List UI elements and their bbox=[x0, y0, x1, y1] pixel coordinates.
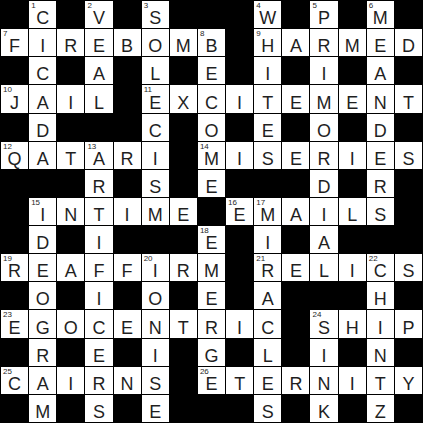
cell-letter: W bbox=[259, 9, 276, 28]
cell-letter: O bbox=[64, 319, 78, 338]
cell-r1c10[interactable]: A bbox=[282, 29, 309, 56]
cell-r4c13[interactable]: D bbox=[367, 114, 394, 141]
cell-r9c3[interactable]: F bbox=[85, 254, 112, 281]
black-cell-r10c2 bbox=[57, 282, 84, 309]
cell-r9c5[interactable]: 20I bbox=[142, 254, 169, 281]
black-cell-r8c8 bbox=[226, 226, 253, 253]
cell-r5c13[interactable]: E bbox=[367, 142, 394, 169]
cell-letter: D bbox=[36, 122, 49, 141]
cell-r11c11[interactable]: 24S bbox=[310, 310, 337, 337]
cell-r11c2[interactable]: O bbox=[57, 310, 84, 337]
cell-letter: E bbox=[205, 65, 217, 84]
cell-r13c11[interactable]: N bbox=[310, 367, 337, 394]
cell-letter: S bbox=[402, 150, 414, 169]
clue-number-23: 23 bbox=[3, 310, 12, 319]
cell-r9c4[interactable]: F bbox=[114, 254, 141, 281]
cell-r5c3[interactable]: 13A bbox=[85, 142, 112, 169]
black-cell-r6c0 bbox=[1, 170, 28, 197]
clue-number-11: 11 bbox=[144, 85, 152, 94]
cell-letter: G bbox=[204, 347, 218, 366]
black-cell-r14c6 bbox=[170, 395, 197, 422]
cell-letter: C bbox=[8, 375, 21, 394]
cell-letter: E bbox=[262, 375, 274, 394]
cell-r1c14[interactable]: D bbox=[395, 29, 422, 56]
clue-number-24: 24 bbox=[312, 310, 321, 319]
clue-number-20: 20 bbox=[144, 254, 153, 263]
cell-r2c5[interactable]: L bbox=[142, 57, 169, 84]
cell-letter: R bbox=[318, 37, 331, 56]
cell-letter: D bbox=[374, 122, 387, 141]
cell-r2c7[interactable]: E bbox=[198, 57, 225, 84]
cell-r5c14[interactable]: S bbox=[395, 142, 422, 169]
cell-letter: H bbox=[261, 37, 274, 56]
cell-r0c9[interactable]: 4W bbox=[254, 1, 281, 28]
cell-r1c0[interactable]: 7F bbox=[1, 29, 28, 56]
cell-r2c1[interactable]: C bbox=[29, 57, 56, 84]
cell-r7c3[interactable]: T bbox=[85, 198, 112, 225]
cell-r5c8[interactable]: I bbox=[226, 142, 253, 169]
cell-r5c11[interactable]: R bbox=[310, 142, 337, 169]
cell-letter: I bbox=[96, 234, 101, 253]
cell-r0c1[interactable]: 1C bbox=[29, 1, 56, 28]
cell-letter: L bbox=[150, 65, 160, 84]
cell-r9c14[interactable]: S bbox=[395, 254, 422, 281]
cell-letter: M bbox=[204, 150, 219, 169]
cell-r9c6[interactable]: R bbox=[170, 254, 197, 281]
cell-letter: D bbox=[36, 234, 49, 253]
cell-letter: A bbox=[37, 94, 49, 113]
cell-letter: B bbox=[121, 37, 133, 56]
cell-letter: N bbox=[374, 94, 387, 113]
cell-r9c7[interactable]: M bbox=[198, 254, 225, 281]
cell-r4c5[interactable]: C bbox=[142, 114, 169, 141]
cell-letter: Z bbox=[375, 403, 386, 422]
cell-r3c8[interactable]: I bbox=[226, 85, 253, 112]
cell-r11c6[interactable]: T bbox=[170, 310, 197, 337]
cell-r6c5[interactable]: S bbox=[142, 170, 169, 197]
cell-r2c11[interactable]: I bbox=[310, 57, 337, 84]
black-cell-r8c0 bbox=[1, 226, 28, 253]
black-cell-r0c4 bbox=[114, 1, 141, 28]
cell-r11c5[interactable]: N bbox=[142, 310, 169, 337]
cell-r3c12[interactable]: E bbox=[339, 85, 366, 112]
clue-number-5: 5 bbox=[312, 1, 316, 10]
cell-letter: E bbox=[149, 94, 161, 113]
cell-letter: E bbox=[262, 122, 274, 141]
cell-r8c3[interactable]: I bbox=[85, 226, 112, 253]
cell-letter: N bbox=[374, 347, 387, 366]
cell-r10c3[interactable]: I bbox=[85, 282, 112, 309]
black-cell-r10c11 bbox=[310, 282, 337, 309]
cell-r3c1[interactable]: A bbox=[29, 85, 56, 112]
cell-letter: T bbox=[178, 319, 189, 338]
black-cell-r2c10 bbox=[282, 57, 309, 84]
cell-r1c3[interactable]: E bbox=[85, 29, 112, 56]
cell-r8c9[interactable]: I bbox=[254, 226, 281, 253]
cell-letter: O bbox=[204, 122, 218, 141]
cell-r13c13[interactable]: T bbox=[367, 367, 394, 394]
cell-letter: I bbox=[153, 150, 158, 169]
clue-number-4: 4 bbox=[256, 1, 260, 10]
black-cell-r12c6 bbox=[170, 339, 197, 366]
cell-letter: C bbox=[36, 65, 49, 84]
cell-letter: T bbox=[375, 375, 386, 394]
clue-number-21: 21 bbox=[256, 254, 265, 263]
cell-letter: R bbox=[205, 319, 218, 338]
cell-r12c7[interactable]: G bbox=[198, 339, 225, 366]
black-cell-r7c0 bbox=[1, 198, 28, 225]
cell-letter: I bbox=[68, 375, 73, 394]
cell-letter: I bbox=[265, 65, 270, 84]
cell-r3c0[interactable]: 10J bbox=[1, 85, 28, 112]
cell-r6c3[interactable]: R bbox=[85, 170, 112, 197]
cell-letter: S bbox=[374, 206, 386, 225]
cell-letter: M bbox=[260, 206, 275, 225]
cell-letter: Q bbox=[8, 150, 22, 169]
cell-r7c6[interactable]: E bbox=[170, 198, 197, 225]
cell-letter: E bbox=[346, 94, 358, 113]
black-cell-r2c6 bbox=[170, 57, 197, 84]
cell-r13c12[interactable]: I bbox=[339, 367, 366, 394]
black-cell-r4c0 bbox=[1, 114, 28, 141]
cell-r3c13[interactable]: N bbox=[367, 85, 394, 112]
cell-r14c13[interactable]: Z bbox=[367, 395, 394, 422]
cell-letter: R bbox=[261, 262, 274, 281]
cell-r0c11[interactable]: 5P bbox=[310, 1, 337, 28]
cell-r14c3[interactable]: S bbox=[85, 395, 112, 422]
cell-letter: I bbox=[153, 262, 158, 281]
clue-number-1: 1 bbox=[31, 1, 35, 10]
black-cell-r14c0 bbox=[1, 395, 28, 422]
crossword-grid: 1C2V3S4W5P6M7FIREBOM8B9HARMEDCALEIIA10JA… bbox=[0, 0, 423, 423]
cell-r5c9[interactable]: S bbox=[254, 142, 281, 169]
cell-r11c13[interactable]: I bbox=[367, 310, 394, 337]
cell-r14c1[interactable]: M bbox=[29, 395, 56, 422]
cell-r0c13[interactable]: 6M bbox=[367, 1, 394, 28]
cell-letter: A bbox=[65, 262, 77, 281]
black-cell-r3c4 bbox=[114, 85, 141, 112]
cell-r3c10[interactable]: E bbox=[282, 85, 309, 112]
cell-r5c7[interactable]: 14M bbox=[198, 142, 225, 169]
cell-r3c3[interactable]: L bbox=[85, 85, 112, 112]
cell-letter: C bbox=[261, 319, 274, 338]
cell-r2c9[interactable]: I bbox=[254, 57, 281, 84]
cell-r3c6[interactable]: X bbox=[170, 85, 197, 112]
cell-r5c4[interactable]: R bbox=[114, 142, 141, 169]
black-cell-r10c6 bbox=[170, 282, 197, 309]
cell-r1c13[interactable]: E bbox=[367, 29, 394, 56]
cell-r12c5[interactable]: I bbox=[142, 339, 169, 366]
black-cell-r14c14 bbox=[395, 395, 422, 422]
cell-r13c2[interactable]: I bbox=[57, 367, 84, 394]
cell-letter: H bbox=[346, 319, 359, 338]
cell-letter: S bbox=[149, 375, 161, 394]
cell-letter: I bbox=[350, 150, 355, 169]
cell-letter: T bbox=[262, 94, 273, 113]
cell-letter: X bbox=[177, 94, 189, 113]
cell-r1c7[interactable]: 8B bbox=[198, 29, 225, 56]
cell-r7c11[interactable]: I bbox=[310, 198, 337, 225]
cell-letter: I bbox=[237, 150, 242, 169]
cell-letter: E bbox=[374, 37, 386, 56]
cell-letter: O bbox=[148, 37, 162, 56]
cell-r6c11[interactable]: D bbox=[310, 170, 337, 197]
cell-letter: N bbox=[149, 319, 162, 338]
cell-r8c11[interactable]: A bbox=[310, 226, 337, 253]
black-cell-r6c8 bbox=[226, 170, 253, 197]
cell-letter: S bbox=[262, 403, 274, 422]
black-cell-r0c8 bbox=[226, 1, 253, 28]
cell-letter: I bbox=[68, 94, 73, 113]
clue-number-16: 16 bbox=[228, 198, 237, 207]
cell-r8c7[interactable]: 18E bbox=[198, 226, 225, 253]
black-cell-r4c4 bbox=[114, 114, 141, 141]
cell-r5c10[interactable]: E bbox=[282, 142, 309, 169]
cell-r7c2[interactable]: N bbox=[57, 198, 84, 225]
cell-r7c8[interactable]: 16E bbox=[226, 198, 253, 225]
clue-number-6: 6 bbox=[369, 1, 373, 10]
black-cell-r0c10 bbox=[282, 1, 309, 28]
cell-r1c5[interactable]: O bbox=[142, 29, 169, 56]
cell-letter: C bbox=[36, 9, 49, 28]
black-cell-r12c12 bbox=[339, 339, 366, 366]
cell-r3c7[interactable]: C bbox=[198, 85, 225, 112]
cell-r1c4[interactable]: B bbox=[114, 29, 141, 56]
black-cell-r14c8 bbox=[226, 395, 253, 422]
cell-r11c1[interactable]: G bbox=[29, 310, 56, 337]
black-cell-r8c2 bbox=[57, 226, 84, 253]
cell-r11c0[interactable]: 23E bbox=[1, 310, 28, 337]
cell-r11c3[interactable]: C bbox=[85, 310, 112, 337]
cell-r5c1[interactable]: A bbox=[29, 142, 56, 169]
cell-letter: T bbox=[65, 150, 76, 169]
cell-r13c4[interactable]: N bbox=[114, 367, 141, 394]
cell-letter: G bbox=[36, 319, 50, 338]
cell-r12c9[interactable]: L bbox=[254, 339, 281, 366]
cell-letter: R bbox=[92, 178, 105, 197]
cell-letter: C bbox=[374, 262, 387, 281]
cell-r7c10[interactable]: A bbox=[282, 198, 309, 225]
cell-letter: I bbox=[125, 206, 130, 225]
cell-r0c3[interactable]: 2V bbox=[85, 1, 112, 28]
black-cell-r14c7 bbox=[198, 395, 225, 422]
clue-number-26: 26 bbox=[200, 367, 209, 376]
cell-r7c5[interactable]: M bbox=[142, 198, 169, 225]
cell-r8c1[interactable]: D bbox=[29, 226, 56, 253]
black-cell-r10c10 bbox=[282, 282, 309, 309]
black-cell-r10c4 bbox=[114, 282, 141, 309]
cell-letter: N bbox=[121, 375, 134, 394]
black-cell-r12c4 bbox=[114, 339, 141, 366]
cell-letter: S bbox=[93, 403, 105, 422]
black-cell-r2c2 bbox=[57, 57, 84, 84]
cell-letter: O bbox=[36, 290, 50, 309]
cell-letter: S bbox=[262, 150, 274, 169]
black-cell-r12c10 bbox=[282, 339, 309, 366]
cell-r13c14[interactable]: Y bbox=[395, 367, 422, 394]
black-cell-r6c12 bbox=[339, 170, 366, 197]
cell-r7c1[interactable]: 15I bbox=[29, 198, 56, 225]
cell-r13c9[interactable]: E bbox=[254, 367, 281, 394]
cell-letter: S bbox=[402, 262, 414, 281]
cell-r9c11[interactable]: L bbox=[310, 254, 337, 281]
black-cell-r8c6 bbox=[170, 226, 197, 253]
cell-letter: K bbox=[318, 403, 330, 422]
clue-number-3: 3 bbox=[144, 1, 148, 10]
cell-r12c11[interactable]: I bbox=[310, 339, 337, 366]
black-cell-r4c14 bbox=[395, 114, 422, 141]
cell-r7c9[interactable]: 17M bbox=[254, 198, 281, 225]
black-cell-r6c6 bbox=[170, 170, 197, 197]
cell-r6c13[interactable]: R bbox=[367, 170, 394, 197]
cell-letter: L bbox=[263, 347, 273, 366]
cell-letter: E bbox=[93, 37, 105, 56]
cell-letter: A bbox=[290, 37, 302, 56]
cell-letter: R bbox=[92, 375, 105, 394]
cell-letter: I bbox=[322, 206, 327, 225]
cell-r9c2[interactable]: A bbox=[57, 254, 84, 281]
cell-letter: D bbox=[402, 37, 415, 56]
cell-r9c13[interactable]: 22C bbox=[367, 254, 394, 281]
cell-r13c0[interactable]: 25C bbox=[1, 367, 28, 394]
black-cell-r2c8 bbox=[226, 57, 253, 84]
cell-r11c4[interactable]: E bbox=[114, 310, 141, 337]
clue-number-13: 13 bbox=[87, 142, 96, 151]
cell-r9c1[interactable]: E bbox=[29, 254, 56, 281]
cell-r11c9[interactable]: C bbox=[254, 310, 281, 337]
cell-r13c8[interactable]: T bbox=[226, 367, 253, 394]
cell-letter: D bbox=[318, 178, 331, 197]
cell-letter: H bbox=[374, 290, 387, 309]
cell-r10c7[interactable]: E bbox=[198, 282, 225, 309]
cell-r12c1[interactable]: R bbox=[29, 339, 56, 366]
black-cell-r7c7 bbox=[198, 198, 225, 225]
black-cell-r11c10 bbox=[282, 310, 309, 337]
cell-r10c5[interactable]: O bbox=[142, 282, 169, 309]
cell-r5c0[interactable]: 12Q bbox=[1, 142, 28, 169]
cell-letter: T bbox=[403, 94, 414, 113]
cell-r4c7[interactable]: O bbox=[198, 114, 225, 141]
cell-letter: I bbox=[237, 94, 242, 113]
cell-letter: A bbox=[318, 234, 330, 253]
cell-r2c13[interactable]: A bbox=[367, 57, 394, 84]
cell-letter: R bbox=[374, 178, 387, 197]
cell-r7c4[interactable]: I bbox=[114, 198, 141, 225]
cell-letter: E bbox=[290, 262, 302, 281]
cell-r5c5[interactable]: I bbox=[142, 142, 169, 169]
cell-r4c1[interactable]: D bbox=[29, 114, 56, 141]
cell-letter: N bbox=[64, 206, 77, 225]
black-cell-r4c10 bbox=[282, 114, 309, 141]
cell-r14c11[interactable]: K bbox=[310, 395, 337, 422]
cell-r7c13[interactable]: S bbox=[367, 198, 394, 225]
cell-r3c2[interactable]: I bbox=[57, 85, 84, 112]
cell-r10c1[interactable]: O bbox=[29, 282, 56, 309]
cell-r14c9[interactable]: S bbox=[254, 395, 281, 422]
black-cell-r8c4 bbox=[114, 226, 141, 253]
cell-r11c12[interactable]: H bbox=[339, 310, 366, 337]
cell-r3c14[interactable]: T bbox=[395, 85, 422, 112]
cell-r1c6[interactable]: M bbox=[170, 29, 197, 56]
cell-r11c14[interactable]: P bbox=[395, 310, 422, 337]
cell-letter: E bbox=[177, 206, 189, 225]
cell-r13c3[interactable]: R bbox=[85, 367, 112, 394]
cell-r6c7[interactable]: E bbox=[198, 170, 225, 197]
cell-r1c11[interactable]: R bbox=[310, 29, 337, 56]
cell-letter: E bbox=[205, 234, 217, 253]
cell-r13c7[interactable]: 26E bbox=[198, 367, 225, 394]
cell-letter: R bbox=[8, 262, 21, 281]
cell-r9c12[interactable]: I bbox=[339, 254, 366, 281]
cell-letter: R bbox=[64, 37, 77, 56]
cell-letter: I bbox=[378, 319, 383, 338]
cell-r4c11[interactable]: O bbox=[310, 114, 337, 141]
cell-letter: E bbox=[121, 319, 133, 338]
black-cell-r12c14 bbox=[395, 339, 422, 366]
cell-r11c8[interactable]: I bbox=[226, 310, 253, 337]
cell-r1c9[interactable]: 9H bbox=[254, 29, 281, 56]
clue-number-17: 17 bbox=[256, 198, 265, 207]
cell-letter: T bbox=[234, 375, 245, 394]
cell-letter: E bbox=[93, 347, 105, 366]
cell-r1c12[interactable]: M bbox=[339, 29, 366, 56]
cell-letter: I bbox=[350, 375, 355, 394]
cell-r2c3[interactable]: A bbox=[85, 57, 112, 84]
cell-r3c9[interactable]: T bbox=[254, 85, 281, 112]
cell-r5c12[interactable]: I bbox=[339, 142, 366, 169]
cell-letter: A bbox=[37, 375, 49, 394]
cell-r11c7[interactable]: R bbox=[198, 310, 225, 337]
cell-r1c2[interactable]: R bbox=[57, 29, 84, 56]
cell-r7c12[interactable]: L bbox=[339, 198, 366, 225]
clue-number-19: 19 bbox=[3, 254, 12, 263]
cell-r9c10[interactable]: E bbox=[282, 254, 309, 281]
cell-letter: I bbox=[322, 65, 327, 84]
cell-r4c9[interactable]: E bbox=[254, 114, 281, 141]
cell-r9c9[interactable]: 21R bbox=[254, 254, 281, 281]
black-cell-r4c8 bbox=[226, 114, 253, 141]
black-cell-r14c10 bbox=[282, 395, 309, 422]
cell-r10c13[interactable]: H bbox=[367, 282, 394, 309]
black-cell-r2c4 bbox=[114, 57, 141, 84]
cell-r12c13[interactable]: N bbox=[367, 339, 394, 366]
cell-r13c5[interactable]: S bbox=[142, 367, 169, 394]
clue-number-22: 22 bbox=[369, 254, 378, 263]
cell-r5c2[interactable]: T bbox=[57, 142, 84, 169]
cell-r3c11[interactable]: M bbox=[310, 85, 337, 112]
cell-r13c1[interactable]: A bbox=[29, 367, 56, 394]
black-cell-r4c12 bbox=[339, 114, 366, 141]
cell-r13c10[interactable]: R bbox=[282, 367, 309, 394]
cell-r9c0[interactable]: 19R bbox=[1, 254, 28, 281]
black-cell-r14c4 bbox=[114, 395, 141, 422]
cell-letter: P bbox=[318, 9, 330, 28]
cell-r0c5[interactable]: 3S bbox=[142, 1, 169, 28]
black-cell-r8c10 bbox=[282, 226, 309, 253]
cell-r12c3[interactable]: E bbox=[85, 339, 112, 366]
cell-letter: J bbox=[10, 94, 19, 113]
black-cell-r6c14 bbox=[395, 170, 422, 197]
clue-number-7: 7 bbox=[3, 29, 7, 38]
clue-number-14: 14 bbox=[200, 142, 209, 151]
cell-r10c9[interactable]: A bbox=[254, 282, 281, 309]
clue-number-10: 10 bbox=[3, 85, 12, 94]
cell-r14c5[interactable]: E bbox=[142, 395, 169, 422]
clue-number-9: 9 bbox=[256, 29, 260, 38]
cell-r3c5[interactable]: 11E bbox=[142, 85, 169, 112]
cell-letter: E bbox=[205, 178, 217, 197]
cell-r1c1[interactable]: I bbox=[29, 29, 56, 56]
